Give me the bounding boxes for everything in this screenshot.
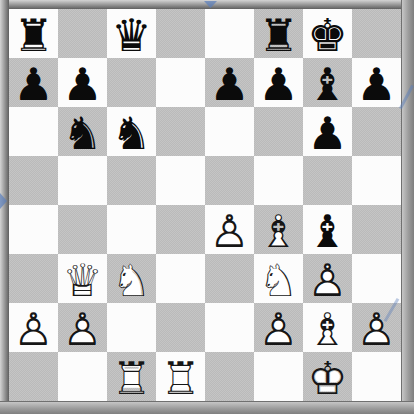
square-g4[interactable]: ♝ — [303, 205, 352, 254]
square-f6[interactable] — [254, 107, 303, 156]
chess-board-window: ♜♛♜♚♟♟♟♟♝♟♞♞♟♟♙♝♗♝♛♕♞♘♞♘♟♙♟♙♟♙♟♙♝♗♟♙♜♖♜♖… — [0, 0, 414, 414]
black-bishop-piece[interactable]: ♝ — [303, 58, 352, 107]
black-pawn-piece[interactable]: ♟ — [205, 58, 254, 107]
square-d6[interactable] — [156, 107, 205, 156]
black-bishop-piece[interactable]: ♝ — [303, 205, 352, 254]
square-d7[interactable] — [156, 58, 205, 107]
black-pawn-piece[interactable]: ♟ — [9, 58, 58, 107]
square-c7[interactable] — [107, 58, 156, 107]
square-a1[interactable] — [9, 352, 58, 401]
white-bishop-piece[interactable]: ♝♗ — [303, 303, 352, 352]
white-knight-piece[interactable]: ♞♘ — [107, 254, 156, 303]
square-a4[interactable] — [9, 205, 58, 254]
black-queen-piece[interactable]: ♛ — [107, 9, 156, 58]
square-c8[interactable]: ♛ — [107, 9, 156, 58]
square-f5[interactable] — [254, 156, 303, 205]
white-rook-piece[interactable]: ♜♖ — [107, 352, 156, 401]
square-h5[interactable] — [352, 156, 401, 205]
square-c3[interactable]: ♞♘ — [107, 254, 156, 303]
square-b3[interactable]: ♛♕ — [58, 254, 107, 303]
square-d5[interactable] — [156, 156, 205, 205]
square-e2[interactable] — [205, 303, 254, 352]
square-c2[interactable] — [107, 303, 156, 352]
square-d3[interactable] — [156, 254, 205, 303]
square-f1[interactable] — [254, 352, 303, 401]
square-b5[interactable] — [58, 156, 107, 205]
square-f3[interactable]: ♞♘ — [254, 254, 303, 303]
black-king-piece[interactable]: ♚ — [303, 9, 352, 58]
square-a5[interactable] — [9, 156, 58, 205]
black-pawn-piece[interactable]: ♟ — [303, 107, 352, 156]
square-g6[interactable]: ♟ — [303, 107, 352, 156]
square-h4[interactable] — [352, 205, 401, 254]
black-rook-piece[interactable]: ♜ — [254, 9, 303, 58]
square-b4[interactable] — [58, 205, 107, 254]
white-queen-piece[interactable]: ♛♕ — [58, 254, 107, 303]
square-h3[interactable] — [352, 254, 401, 303]
square-b8[interactable] — [58, 9, 107, 58]
square-b6[interactable]: ♞ — [58, 107, 107, 156]
square-g2[interactable]: ♝♗ — [303, 303, 352, 352]
square-b7[interactable]: ♟ — [58, 58, 107, 107]
square-d8[interactable] — [156, 9, 205, 58]
square-c4[interactable] — [107, 205, 156, 254]
board-frame-right — [401, 0, 414, 414]
square-h6[interactable] — [352, 107, 401, 156]
square-c5[interactable] — [107, 156, 156, 205]
black-rook-piece[interactable]: ♜ — [9, 9, 58, 58]
square-h1[interactable] — [352, 352, 401, 401]
square-f8[interactable]: ♜ — [254, 9, 303, 58]
square-d4[interactable] — [156, 205, 205, 254]
square-h2[interactable]: ♟♙ — [352, 303, 401, 352]
black-knight-piece[interactable]: ♞ — [107, 107, 156, 156]
white-rook-piece[interactable]: ♜♖ — [156, 352, 205, 401]
square-g5[interactable] — [303, 156, 352, 205]
square-e4[interactable]: ♟♙ — [205, 205, 254, 254]
square-g3[interactable]: ♟♙ — [303, 254, 352, 303]
square-g1[interactable]: ♚♔ — [303, 352, 352, 401]
square-a7[interactable]: ♟ — [9, 58, 58, 107]
white-knight-piece[interactable]: ♞♘ — [254, 254, 303, 303]
square-f7[interactable]: ♟ — [254, 58, 303, 107]
square-h8[interactable] — [352, 9, 401, 58]
square-e8[interactable] — [205, 9, 254, 58]
white-pawn-piece[interactable]: ♟♙ — [303, 254, 352, 303]
square-a2[interactable]: ♟♙ — [9, 303, 58, 352]
square-d1[interactable]: ♜♖ — [156, 352, 205, 401]
square-c1[interactable]: ♜♖ — [107, 352, 156, 401]
square-a8[interactable]: ♜ — [9, 9, 58, 58]
white-pawn-piece[interactable]: ♟♙ — [254, 303, 303, 352]
white-pawn-piece[interactable]: ♟♙ — [205, 205, 254, 254]
square-b2[interactable]: ♟♙ — [58, 303, 107, 352]
square-d2[interactable] — [156, 303, 205, 352]
square-e7[interactable]: ♟ — [205, 58, 254, 107]
white-bishop-piece[interactable]: ♝♗ — [254, 205, 303, 254]
black-pawn-piece[interactable]: ♟ — [352, 58, 401, 107]
white-pawn-piece[interactable]: ♟♙ — [352, 303, 401, 352]
white-pawn-piece[interactable]: ♟♙ — [9, 303, 58, 352]
square-a6[interactable] — [9, 107, 58, 156]
square-c6[interactable]: ♞ — [107, 107, 156, 156]
white-pawn-piece[interactable]: ♟♙ — [58, 303, 107, 352]
square-g8[interactable]: ♚ — [303, 9, 352, 58]
black-knight-piece[interactable]: ♞ — [58, 107, 107, 156]
square-h7[interactable]: ♟ — [352, 58, 401, 107]
square-f4[interactable]: ♝♗ — [254, 205, 303, 254]
square-e5[interactable] — [205, 156, 254, 205]
chess-board: ♜♛♜♚♟♟♟♟♝♟♞♞♟♟♙♝♗♝♛♕♞♘♞♘♟♙♟♙♟♙♟♙♝♗♟♙♜♖♜♖… — [9, 9, 401, 401]
white-king-piece[interactable]: ♚♔ — [303, 352, 352, 401]
square-g7[interactable]: ♝ — [303, 58, 352, 107]
black-pawn-piece[interactable]: ♟ — [254, 58, 303, 107]
square-b1[interactable] — [58, 352, 107, 401]
square-f2[interactable]: ♟♙ — [254, 303, 303, 352]
square-e1[interactable] — [205, 352, 254, 401]
square-a3[interactable] — [9, 254, 58, 303]
black-pawn-piece[interactable]: ♟ — [58, 58, 107, 107]
square-e3[interactable] — [205, 254, 254, 303]
square-e6[interactable] — [205, 107, 254, 156]
